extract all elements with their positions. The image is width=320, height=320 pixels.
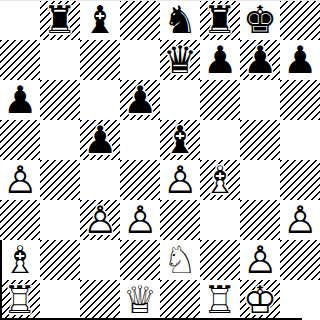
square-e1[interactable]	[160, 280, 200, 320]
white-pawn: ♟♙	[280, 200, 320, 240]
square-c5[interactable]: ♟♟	[80, 120, 120, 160]
square-d7[interactable]	[120, 40, 160, 80]
square-b4[interactable]	[40, 160, 80, 200]
square-h1[interactable]	[280, 280, 320, 320]
square-b3[interactable]	[40, 200, 80, 240]
white-queen: ♛♕	[120, 280, 160, 320]
square-f5[interactable]	[200, 120, 240, 160]
square-e7[interactable]: ♛♛	[160, 40, 200, 80]
square-a5[interactable]	[0, 120, 40, 160]
board-top-hairline	[0, 0, 320, 1]
square-f4[interactable]: ♝♗	[200, 160, 240, 200]
square-d1[interactable]: ♛♕	[120, 280, 160, 320]
black-bishop: ♝♝	[160, 120, 200, 160]
square-d4[interactable]	[120, 160, 160, 200]
black-pawn: ♟♟	[80, 120, 120, 160]
black-pawn-glyph: ♟	[120, 80, 160, 120]
square-f2[interactable]	[200, 240, 240, 280]
square-b2[interactable]	[40, 240, 80, 280]
white-pawn-glyph: ♙	[120, 200, 160, 240]
square-h3[interactable]: ♟♙	[280, 200, 320, 240]
white-bishop: ♝♗	[0, 240, 40, 280]
square-d5[interactable]	[120, 120, 160, 160]
square-f7[interactable]: ♟♟	[200, 40, 240, 80]
square-e5[interactable]: ♝♝	[160, 120, 200, 160]
square-d2[interactable]	[120, 240, 160, 280]
square-g8[interactable]: ♚♚	[240, 0, 280, 40]
square-h6[interactable]	[280, 80, 320, 120]
square-d6[interactable]: ♟♟	[120, 80, 160, 120]
black-pawn: ♟♟	[280, 40, 320, 80]
black-pawn-glyph: ♟	[240, 40, 280, 80]
white-queen-glyph: ♕	[120, 280, 160, 320]
black-pawn-glyph: ♟	[0, 80, 40, 120]
square-h2[interactable]	[280, 240, 320, 280]
black-queen: ♛♛	[160, 40, 200, 80]
white-king-glyph: ♔	[240, 280, 280, 320]
square-f1[interactable]: ♜♖	[200, 280, 240, 320]
square-e2[interactable]: ♞♘	[160, 240, 200, 280]
white-pawn-glyph: ♙	[0, 160, 40, 200]
white-pawn: ♟♙	[240, 240, 280, 280]
square-e3[interactable]	[160, 200, 200, 240]
white-pawn: ♟♙	[120, 200, 160, 240]
square-c3[interactable]: ♟♙	[80, 200, 120, 240]
black-rook: ♜♜	[200, 0, 240, 40]
white-pawn: ♟♙	[80, 200, 120, 240]
square-f6[interactable]	[200, 80, 240, 120]
square-c7[interactable]	[80, 40, 120, 80]
black-pawn-glyph: ♟	[80, 120, 120, 160]
square-a4[interactable]: ♟♙	[0, 160, 40, 200]
square-g3[interactable]	[240, 200, 280, 240]
square-h8[interactable]	[280, 0, 320, 40]
square-h4[interactable]	[280, 160, 320, 200]
square-a3[interactable]	[0, 200, 40, 240]
black-pawn-glyph: ♟	[200, 40, 240, 80]
square-f8[interactable]: ♜♜	[200, 0, 240, 40]
black-king-glyph: ♚	[240, 0, 280, 40]
white-rook-glyph: ♖	[200, 280, 240, 320]
square-b5[interactable]	[40, 120, 80, 160]
black-queen-glyph: ♛	[160, 40, 200, 80]
black-knight: ♞♞	[160, 0, 200, 40]
black-rook: ♜♜	[40, 0, 80, 40]
white-rook: ♜♖	[200, 280, 240, 320]
square-b6[interactable]	[40, 80, 80, 120]
square-c4[interactable]	[80, 160, 120, 200]
square-c2[interactable]	[80, 240, 120, 280]
square-g4[interactable]	[240, 160, 280, 200]
black-pawn-glyph: ♟	[280, 40, 320, 80]
white-king: ♚♔	[240, 280, 280, 320]
square-h7[interactable]: ♟♟	[280, 40, 320, 80]
black-king: ♚♚	[240, 0, 280, 40]
black-pawn: ♟♟	[200, 40, 240, 80]
black-pawn: ♟♟	[120, 80, 160, 120]
square-g1[interactable]: ♚♔	[240, 280, 280, 320]
black-rook-glyph: ♜	[200, 0, 240, 40]
white-rook: ♜♖	[0, 280, 40, 320]
square-g5[interactable]	[240, 120, 280, 160]
square-g6[interactable]	[240, 80, 280, 120]
white-knight: ♞♘	[160, 240, 200, 280]
white-bishop-glyph: ♗	[0, 240, 40, 280]
square-b7[interactable]	[40, 40, 80, 80]
square-c1[interactable]	[80, 280, 120, 320]
white-pawn: ♟♙	[160, 160, 200, 200]
square-h5[interactable]	[280, 120, 320, 160]
black-knight-glyph: ♞	[160, 0, 200, 40]
square-d3[interactable]: ♟♙	[120, 200, 160, 240]
white-pawn-glyph: ♙	[240, 240, 280, 280]
black-pawn: ♟♟	[240, 40, 280, 80]
square-a8[interactable]	[0, 0, 40, 40]
black-rook-glyph: ♜	[40, 0, 80, 40]
square-e8[interactable]: ♞♞	[160, 0, 200, 40]
square-e6[interactable]	[160, 80, 200, 120]
square-e4[interactable]: ♟♙	[160, 160, 200, 200]
white-bishop-glyph: ♗	[200, 160, 240, 200]
square-b1[interactable]	[40, 280, 80, 320]
white-pawn-glyph: ♙	[160, 160, 200, 200]
square-a7[interactable]	[0, 40, 40, 80]
white-bishop: ♝♗	[200, 160, 240, 200]
square-a2[interactable]: ♝♗	[0, 240, 40, 280]
white-pawn: ♟♙	[0, 160, 40, 200]
square-c8[interactable]: ♝♝	[80, 0, 120, 40]
black-bishop-glyph: ♝	[80, 0, 120, 40]
square-c6[interactable]	[80, 80, 120, 120]
square-g7[interactable]: ♟♟	[240, 40, 280, 80]
white-pawn-glyph: ♙	[80, 200, 120, 240]
square-f3[interactable]	[200, 200, 240, 240]
chess-board: ♜♜♝♝♞♞♜♜♚♚♛♛♟♟♟♟♟♟♟♟♟♟♟♟♝♝♟♙♟♙♝♗♟♙♟♙♟♙♝♗…	[0, 0, 320, 320]
black-pawn: ♟♟	[0, 80, 40, 120]
black-bishop: ♝♝	[80, 0, 120, 40]
white-knight-glyph: ♘	[160, 240, 200, 280]
square-a6[interactable]: ♟♟	[0, 80, 40, 120]
board-left-border-artifact	[0, 240, 2, 320]
white-pawn-glyph: ♙	[280, 200, 320, 240]
black-bishop-glyph: ♝	[160, 120, 200, 160]
white-rook-glyph: ♖	[0, 280, 40, 320]
square-a1[interactable]: ♜♖	[0, 280, 40, 320]
square-b8[interactable]: ♜♜	[40, 0, 80, 40]
square-d8[interactable]	[120, 0, 160, 40]
square-g2[interactable]: ♟♙	[240, 240, 280, 280]
